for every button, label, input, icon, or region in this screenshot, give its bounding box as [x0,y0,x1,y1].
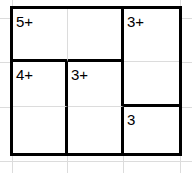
spreadsheet-gridline [0,62,10,63]
spreadsheet-gridline [182,62,192,63]
spreadsheet-gridline [12,156,13,173]
cell-r1c3[interactable]: 3+ [124,9,179,62]
spreadsheet-gridline [182,18,192,19]
cell-r2c2[interactable]: 3+ [68,62,124,107]
cage-clue: 3+ [127,14,144,29]
cell-r3c3[interactable]: 3 [124,107,179,153]
spreadsheet-gridline [0,107,10,108]
spreadsheet-gridline [182,107,192,108]
spreadsheet-gridline [0,161,192,162]
spreadsheet-gridline [180,156,181,173]
kenken-board: 5+ 3+ 4+ 3+ 3 [10,6,182,156]
cell-r2c3[interactable] [124,62,179,107]
spreadsheet-gridline [123,156,124,173]
cell-r3c1[interactable] [13,107,68,153]
spreadsheet-gridline [67,156,68,173]
cell-r2c1[interactable]: 4+ [13,62,68,107]
cell-r1c1[interactable]: 5+ [13,9,68,62]
cage-clue: 4+ [16,67,33,82]
cage-clue: 3 [127,112,135,127]
cell-r1c2[interactable] [68,9,124,62]
spreadsheet-gridline [0,18,10,19]
spreadsheet-canvas: 5+ 3+ 4+ 3+ 3 [0,0,192,173]
cage-clue: 5+ [16,14,33,29]
cage-clue: 3+ [71,67,88,82]
cell-r3c2[interactable] [68,107,124,153]
